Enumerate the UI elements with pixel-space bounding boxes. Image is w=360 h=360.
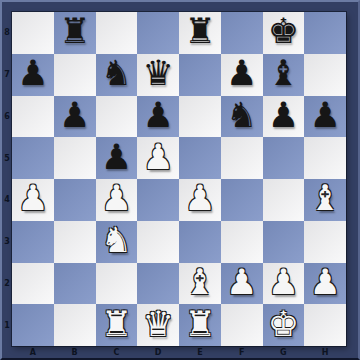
piece-white-pawn: ♟ — [17, 181, 48, 216]
piece-white-knight: ♞ — [101, 223, 132, 258]
rank-label: 4 — [2, 179, 12, 221]
square-g1[interactable]: ♚ — [263, 304, 305, 346]
piece-black-queen: ♛ — [142, 56, 173, 91]
piece-black-king: ♚ — [268, 14, 299, 49]
square-f6[interactable]: ♞ — [221, 96, 263, 138]
square-f5[interactable] — [221, 137, 263, 179]
file-labels: ABCDEFGH — [12, 346, 346, 358]
square-d4[interactable] — [137, 179, 179, 221]
square-b1[interactable] — [54, 304, 96, 346]
square-e8[interactable]: ♜ — [179, 12, 221, 54]
rank-label: 2 — [2, 263, 12, 305]
piece-black-pawn: ♟ — [17, 56, 48, 91]
square-c5[interactable]: ♟ — [96, 137, 138, 179]
square-b4[interactable] — [54, 179, 96, 221]
square-c3[interactable]: ♞ — [96, 221, 138, 263]
piece-white-queen: ♛ — [142, 307, 173, 342]
square-a6[interactable] — [12, 96, 54, 138]
file-label: F — [221, 346, 263, 358]
file-label: A — [12, 346, 54, 358]
piece-white-pawn: ♟ — [101, 181, 132, 216]
square-g7[interactable]: ♝ — [263, 54, 305, 96]
square-f7[interactable]: ♟ — [221, 54, 263, 96]
rank-label: 6 — [2, 96, 12, 138]
square-c8[interactable] — [96, 12, 138, 54]
piece-black-pawn: ♟ — [142, 98, 173, 133]
square-h4[interactable]: ♝ — [304, 179, 346, 221]
square-a1[interactable] — [12, 304, 54, 346]
file-label: E — [179, 346, 221, 358]
board-frame: 87654321 ABCDEFGH ♜♜♚♟♞♛♟♝♟♟♞♟♟♟♟♟♟♟♝♞♝♟… — [0, 0, 360, 360]
piece-white-rook: ♜ — [184, 307, 215, 342]
square-e3[interactable] — [179, 221, 221, 263]
square-c6[interactable] — [96, 96, 138, 138]
piece-black-rook: ♜ — [59, 14, 90, 49]
square-a2[interactable] — [12, 263, 54, 305]
square-h7[interactable] — [304, 54, 346, 96]
square-h6[interactable]: ♟ — [304, 96, 346, 138]
file-label: G — [263, 346, 305, 358]
square-f3[interactable] — [221, 221, 263, 263]
square-f2[interactable]: ♟ — [221, 263, 263, 305]
square-b6[interactable]: ♟ — [54, 96, 96, 138]
square-f1[interactable] — [221, 304, 263, 346]
rank-label: 3 — [2, 221, 12, 263]
square-h8[interactable] — [304, 12, 346, 54]
piece-black-knight: ♞ — [101, 56, 132, 91]
square-h1[interactable] — [304, 304, 346, 346]
square-h3[interactable] — [304, 221, 346, 263]
square-a7[interactable]: ♟ — [12, 54, 54, 96]
square-b8[interactable]: ♜ — [54, 12, 96, 54]
piece-black-pawn: ♟ — [309, 98, 340, 133]
square-d6[interactable]: ♟ — [137, 96, 179, 138]
square-f8[interactable] — [221, 12, 263, 54]
square-a8[interactable] — [12, 12, 54, 54]
square-b2[interactable] — [54, 263, 96, 305]
square-c7[interactable]: ♞ — [96, 54, 138, 96]
square-a4[interactable]: ♟ — [12, 179, 54, 221]
square-c1[interactable]: ♜ — [96, 304, 138, 346]
square-d2[interactable] — [137, 263, 179, 305]
square-h2[interactable]: ♟ — [304, 263, 346, 305]
square-d3[interactable] — [137, 221, 179, 263]
square-d7[interactable]: ♛ — [137, 54, 179, 96]
square-b3[interactable] — [54, 221, 96, 263]
square-b5[interactable] — [54, 137, 96, 179]
square-g2[interactable]: ♟ — [263, 263, 305, 305]
piece-white-rook: ♜ — [101, 307, 132, 342]
piece-black-pawn: ♟ — [101, 140, 132, 175]
file-label: H — [304, 346, 346, 358]
file-label: D — [137, 346, 179, 358]
square-h5[interactable] — [304, 137, 346, 179]
square-e5[interactable] — [179, 137, 221, 179]
chess-board: ♜♜♚♟♞♛♟♝♟♟♞♟♟♟♟♟♟♟♝♞♝♟♟♟♜♛♜♚ — [12, 12, 346, 346]
square-d5[interactable]: ♟ — [137, 137, 179, 179]
file-label: C — [96, 346, 138, 358]
square-g4[interactable] — [263, 179, 305, 221]
rank-label: 7 — [2, 54, 12, 96]
square-g8[interactable]: ♚ — [263, 12, 305, 54]
file-label: B — [54, 346, 96, 358]
piece-white-bishop: ♝ — [309, 181, 340, 216]
square-e6[interactable] — [179, 96, 221, 138]
square-g6[interactable]: ♟ — [263, 96, 305, 138]
square-c4[interactable]: ♟ — [96, 179, 138, 221]
rank-labels: 87654321 — [2, 12, 12, 346]
square-c2[interactable] — [96, 263, 138, 305]
piece-white-bishop: ♝ — [184, 265, 215, 300]
rank-label: 1 — [2, 304, 12, 346]
square-g5[interactable] — [263, 137, 305, 179]
piece-white-pawn: ♟ — [142, 140, 173, 175]
square-a5[interactable] — [12, 137, 54, 179]
piece-black-pawn: ♟ — [226, 56, 257, 91]
square-e7[interactable] — [179, 54, 221, 96]
piece-white-pawn: ♟ — [184, 181, 215, 216]
piece-black-rook: ♜ — [184, 14, 215, 49]
square-d8[interactable] — [137, 12, 179, 54]
square-g3[interactable] — [263, 221, 305, 263]
piece-white-pawn: ♟ — [268, 265, 299, 300]
piece-white-pawn: ♟ — [226, 265, 257, 300]
square-f4[interactable] — [221, 179, 263, 221]
piece-black-pawn: ♟ — [59, 98, 90, 133]
square-a3[interactable] — [12, 221, 54, 263]
piece-black-pawn: ♟ — [268, 98, 299, 133]
piece-white-pawn: ♟ — [309, 265, 340, 300]
piece-black-knight: ♞ — [226, 98, 257, 133]
square-e4[interactable]: ♟ — [179, 179, 221, 221]
square-b7[interactable] — [54, 54, 96, 96]
square-e1[interactable]: ♜ — [179, 304, 221, 346]
piece-black-bishop: ♝ — [268, 56, 299, 91]
rank-label: 5 — [2, 137, 12, 179]
piece-white-king: ♚ — [268, 307, 299, 342]
square-e2[interactable]: ♝ — [179, 263, 221, 305]
rank-label: 8 — [2, 12, 12, 54]
square-d1[interactable]: ♛ — [137, 304, 179, 346]
